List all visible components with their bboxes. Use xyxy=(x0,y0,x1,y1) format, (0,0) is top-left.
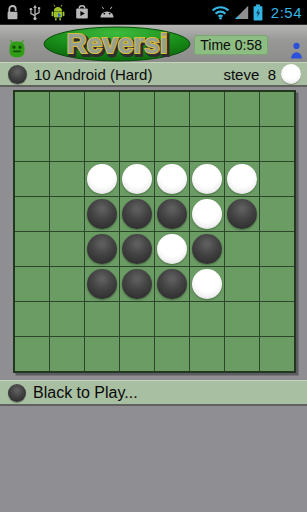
white-player-name: steve xyxy=(223,66,259,83)
black-piece xyxy=(227,199,257,229)
board-cell-f8[interactable] xyxy=(190,337,224,371)
app-title: Reversi xyxy=(66,28,167,59)
usb-icon xyxy=(28,4,42,21)
player-person-icon[interactable] xyxy=(290,42,303,59)
board-cell-e2[interactable] xyxy=(155,127,189,161)
board-area xyxy=(0,90,307,380)
white-score-disc-icon xyxy=(281,64,301,84)
board-cell-c8[interactable] xyxy=(85,337,119,371)
board-cell-d3[interactable] xyxy=(120,162,154,196)
board-cell-b6[interactable] xyxy=(50,267,84,301)
board-cell-h2[interactable] xyxy=(260,127,294,161)
board-cell-e1[interactable] xyxy=(155,92,189,126)
black-piece xyxy=(157,199,187,229)
board-cell-d1[interactable] xyxy=(120,92,154,126)
board-cell-f4[interactable] xyxy=(190,197,224,231)
board-cell-b4[interactable] xyxy=(50,197,84,231)
black-piece xyxy=(192,234,222,264)
android-update-icon xyxy=(50,4,66,21)
signal-icon xyxy=(234,5,249,20)
reversi-board xyxy=(13,90,296,373)
board-cell-e7[interactable] xyxy=(155,302,189,336)
board-cell-a8[interactable] xyxy=(15,337,49,371)
board-cell-e5[interactable] xyxy=(155,232,189,266)
board-cell-c4[interactable] xyxy=(85,197,119,231)
white-piece xyxy=(227,164,257,194)
board-cell-e3[interactable] xyxy=(155,162,189,196)
board-cell-b2[interactable] xyxy=(50,127,84,161)
play-store-icon xyxy=(74,4,90,20)
wifi-icon xyxy=(211,5,230,20)
black-score: 10 xyxy=(34,66,51,83)
board-cell-d6[interactable] xyxy=(120,267,154,301)
board-cell-f5[interactable] xyxy=(190,232,224,266)
white-piece xyxy=(122,164,152,194)
board-cell-b7[interactable] xyxy=(50,302,84,336)
board-cell-h3[interactable] xyxy=(260,162,294,196)
board-cell-g7[interactable] xyxy=(225,302,259,336)
board-cell-c1[interactable] xyxy=(85,92,119,126)
battery-charging-icon xyxy=(253,4,263,21)
turn-message: Black to Play... xyxy=(33,384,138,402)
black-piece xyxy=(122,234,152,264)
board-cell-f7[interactable] xyxy=(190,302,224,336)
board-cell-g5[interactable] xyxy=(225,232,259,266)
board-cell-d2[interactable] xyxy=(120,127,154,161)
board-cell-g4[interactable] xyxy=(225,197,259,231)
black-piece xyxy=(122,269,152,299)
game-timer: Time 0:58 xyxy=(194,35,268,55)
board-cell-a6[interactable] xyxy=(15,267,49,301)
board-cell-g6[interactable] xyxy=(225,267,259,301)
board-cell-a1[interactable] xyxy=(15,92,49,126)
board-cell-h7[interactable] xyxy=(260,302,294,336)
board-cell-g8[interactable] xyxy=(225,337,259,371)
board-cell-h6[interactable] xyxy=(260,267,294,301)
board-cell-h5[interactable] xyxy=(260,232,294,266)
board-cell-e4[interactable] xyxy=(155,197,189,231)
black-score-disc-icon xyxy=(8,65,27,84)
notification-icons xyxy=(5,4,116,21)
board-cell-e6[interactable] xyxy=(155,267,189,301)
white-piece xyxy=(192,199,222,229)
board-cell-f3[interactable] xyxy=(190,162,224,196)
board-cell-d4[interactable] xyxy=(120,197,154,231)
board-cell-g2[interactable] xyxy=(225,127,259,161)
board-cell-a4[interactable] xyxy=(15,197,49,231)
turn-disc-icon xyxy=(8,384,26,402)
app-logo: Reversi Reversi xyxy=(42,26,192,62)
board-cell-c3[interactable] xyxy=(85,162,119,196)
system-status-icons: 2:54 xyxy=(211,4,302,21)
black-player-name: Android (Hard) xyxy=(54,66,152,83)
black-piece xyxy=(87,269,117,299)
board-cell-c2[interactable] xyxy=(85,127,119,161)
reversi-app-screen: 2:54 Reversi Reversi Time 0:58 xyxy=(0,0,307,512)
board-cell-c7[interactable] xyxy=(85,302,119,336)
board-cell-f2[interactable] xyxy=(190,127,224,161)
board-cell-h8[interactable] xyxy=(260,337,294,371)
board-cell-g3[interactable] xyxy=(225,162,259,196)
board-cell-d5[interactable] xyxy=(120,232,154,266)
clock-text: 2:54 xyxy=(271,4,302,21)
board-cell-d8[interactable] xyxy=(120,337,154,371)
robot-head-icon xyxy=(7,38,27,59)
black-piece xyxy=(87,199,117,229)
android-status-bar: 2:54 xyxy=(0,0,307,25)
white-piece xyxy=(157,164,187,194)
white-piece xyxy=(87,164,117,194)
black-piece xyxy=(157,269,187,299)
black-player-label: 10 Android (Hard) xyxy=(34,66,152,83)
white-score: 8 xyxy=(268,66,276,83)
white-piece xyxy=(157,234,187,264)
app-header: Reversi Reversi Time 0:58 xyxy=(0,25,307,62)
board-cell-b3[interactable] xyxy=(50,162,84,196)
board-cell-a2[interactable] xyxy=(15,127,49,161)
android-app-icon xyxy=(98,6,116,18)
turn-status-bar: Black to Play... xyxy=(0,380,307,406)
board-cell-g1[interactable] xyxy=(225,92,259,126)
board-cell-b8[interactable] xyxy=(50,337,84,371)
board-cell-c6[interactable] xyxy=(85,267,119,301)
board-cell-a7[interactable] xyxy=(15,302,49,336)
white-piece xyxy=(192,164,222,194)
board-cell-a3[interactable] xyxy=(15,162,49,196)
black-piece xyxy=(87,234,117,264)
black-piece xyxy=(122,199,152,229)
white-player-label: steve 8 xyxy=(223,66,276,83)
board-cell-c5[interactable] xyxy=(85,232,119,266)
board-cell-f1[interactable] xyxy=(190,92,224,126)
board-cell-e8[interactable] xyxy=(155,337,189,371)
white-piece xyxy=(192,269,222,299)
board-cell-f6[interactable] xyxy=(190,267,224,301)
score-bar: 10 Android (Hard) steve 8 xyxy=(0,62,307,87)
lock-icon xyxy=(5,4,20,21)
board-cell-d7[interactable] xyxy=(120,302,154,336)
bottom-filler xyxy=(0,406,307,512)
board-cell-h1[interactable] xyxy=(260,92,294,126)
board-cell-a5[interactable] xyxy=(15,232,49,266)
board-cell-b5[interactable] xyxy=(50,232,84,266)
board-cell-h4[interactable] xyxy=(260,197,294,231)
board-cell-b1[interactable] xyxy=(50,92,84,126)
